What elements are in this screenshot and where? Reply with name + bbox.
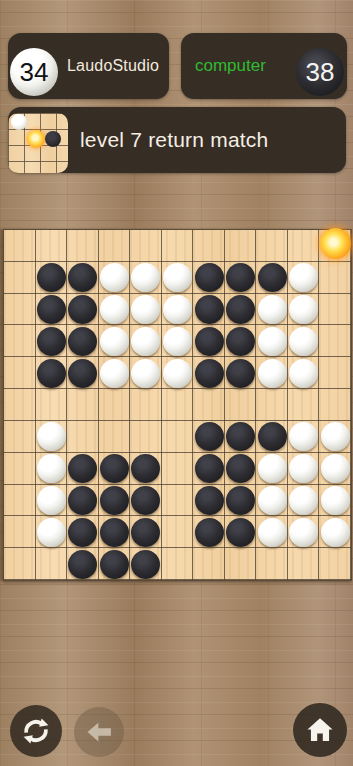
cell-r2c2[interactable] bbox=[67, 294, 99, 326]
cell-r6c8[interactable] bbox=[256, 421, 288, 453]
white-disc bbox=[289, 359, 318, 388]
white-disc bbox=[131, 327, 160, 356]
computer-name: computer bbox=[195, 56, 266, 76]
cell-r5c0[interactable] bbox=[4, 389, 36, 421]
cell-r3c0[interactable] bbox=[4, 325, 36, 357]
white-disc bbox=[321, 486, 350, 515]
cell-r0c2[interactable] bbox=[67, 230, 99, 262]
black-disc bbox=[226, 422, 255, 451]
computer-score: 38 bbox=[306, 57, 335, 88]
mini-white-disc-icon bbox=[11, 114, 27, 130]
black-disc bbox=[226, 327, 255, 356]
black-disc bbox=[131, 550, 160, 579]
black-disc bbox=[131, 486, 160, 515]
white-disc bbox=[131, 263, 160, 292]
cell-r5c3[interactable] bbox=[99, 389, 131, 421]
black-disc bbox=[226, 295, 255, 324]
black-disc bbox=[195, 486, 224, 515]
white-disc bbox=[163, 263, 192, 292]
cell-r2c1[interactable] bbox=[36, 294, 68, 326]
black-disc bbox=[68, 550, 97, 579]
cell-r10c7[interactable] bbox=[225, 548, 257, 580]
cell-r6c2[interactable] bbox=[67, 421, 99, 453]
cell-r7c7[interactable] bbox=[225, 453, 257, 485]
black-disc bbox=[131, 454, 160, 483]
computer-score-panel: computer 38 bbox=[181, 33, 347, 99]
mini-black-disc-icon bbox=[45, 131, 61, 147]
cell-r4c10[interactable] bbox=[319, 357, 351, 389]
cell-r0c9[interactable] bbox=[288, 230, 320, 262]
black-disc bbox=[195, 518, 224, 547]
black-disc bbox=[100, 486, 129, 515]
cell-r2c10[interactable] bbox=[319, 294, 351, 326]
cell-r6c7[interactable] bbox=[225, 421, 257, 453]
cell-r1c4[interactable] bbox=[130, 262, 162, 294]
cell-r4c1[interactable] bbox=[36, 357, 68, 389]
player-name: LaudoStudio bbox=[67, 57, 159, 75]
black-disc bbox=[195, 454, 224, 483]
cell-r0c10[interactable] bbox=[319, 230, 351, 262]
black-disc bbox=[226, 454, 255, 483]
cell-r3c8[interactable] bbox=[256, 325, 288, 357]
black-disc bbox=[195, 327, 224, 356]
home-button[interactable] bbox=[293, 703, 347, 757]
cell-r3c2[interactable] bbox=[67, 325, 99, 357]
cell-r5c4[interactable] bbox=[130, 389, 162, 421]
cell-r2c7[interactable] bbox=[225, 294, 257, 326]
white-disc bbox=[321, 518, 350, 547]
back-arrow-icon bbox=[84, 717, 114, 747]
black-disc bbox=[68, 295, 97, 324]
cell-r8c8[interactable] bbox=[256, 485, 288, 517]
cell-r7c1[interactable] bbox=[36, 453, 68, 485]
cell-r10c8[interactable] bbox=[256, 548, 288, 580]
cell-r0c5[interactable] bbox=[162, 230, 194, 262]
cell-r2c0[interactable] bbox=[4, 294, 36, 326]
black-disc-score: 38 bbox=[296, 48, 344, 96]
cell-r4c9[interactable] bbox=[288, 357, 320, 389]
cell-r2c8[interactable] bbox=[256, 294, 288, 326]
cell-r1c1[interactable] bbox=[36, 262, 68, 294]
white-disc bbox=[258, 295, 287, 324]
white-disc bbox=[163, 359, 192, 388]
white-disc bbox=[37, 422, 66, 451]
cell-r6c6[interactable] bbox=[193, 421, 225, 453]
cell-r5c9[interactable] bbox=[288, 389, 320, 421]
cell-r5c6[interactable] bbox=[193, 389, 225, 421]
white-disc bbox=[258, 359, 287, 388]
white-disc bbox=[289, 518, 318, 547]
mini-glow-icon bbox=[27, 130, 45, 148]
cell-r10c2[interactable] bbox=[67, 548, 99, 580]
cell-r7c5[interactable] bbox=[162, 453, 194, 485]
cell-r8c7[interactable] bbox=[225, 485, 257, 517]
cell-r0c6[interactable] bbox=[193, 230, 225, 262]
white-disc bbox=[37, 454, 66, 483]
cell-r1c9[interactable] bbox=[288, 262, 320, 294]
cell-r0c0[interactable] bbox=[4, 230, 36, 262]
cell-r8c0[interactable] bbox=[4, 485, 36, 517]
cell-r10c0[interactable] bbox=[4, 548, 36, 580]
cell-r3c10[interactable] bbox=[319, 325, 351, 357]
cell-r1c0[interactable] bbox=[4, 262, 36, 294]
cell-r3c7[interactable] bbox=[225, 325, 257, 357]
cell-r9c9[interactable] bbox=[288, 516, 320, 548]
cell-r9c5[interactable] bbox=[162, 516, 194, 548]
white-disc bbox=[163, 327, 192, 356]
cell-r8c4[interactable] bbox=[130, 485, 162, 517]
white-disc bbox=[100, 327, 129, 356]
cell-r8c3[interactable] bbox=[99, 485, 131, 517]
cell-r7c6[interactable] bbox=[193, 453, 225, 485]
cell-r6c3[interactable] bbox=[99, 421, 131, 453]
cell-r5c7[interactable] bbox=[225, 389, 257, 421]
white-disc bbox=[258, 486, 287, 515]
cell-r4c3[interactable] bbox=[99, 357, 131, 389]
black-disc bbox=[258, 263, 287, 292]
white-disc bbox=[258, 518, 287, 547]
white-disc bbox=[289, 454, 318, 483]
cell-r0c4[interactable] bbox=[130, 230, 162, 262]
cell-r8c10[interactable] bbox=[319, 485, 351, 517]
white-disc bbox=[131, 295, 160, 324]
cell-r9c2[interactable] bbox=[67, 516, 99, 548]
cell-r9c3[interactable] bbox=[99, 516, 131, 548]
cell-r9c8[interactable] bbox=[256, 516, 288, 548]
black-disc bbox=[100, 454, 129, 483]
board[interactable] bbox=[3, 229, 352, 581]
white-disc bbox=[131, 359, 160, 388]
cell-r10c1[interactable] bbox=[36, 548, 68, 580]
cell-r7c2[interactable] bbox=[67, 453, 99, 485]
cell-r2c9[interactable] bbox=[288, 294, 320, 326]
cell-r4c8[interactable] bbox=[256, 357, 288, 389]
black-disc bbox=[68, 486, 97, 515]
cell-r7c8[interactable] bbox=[256, 453, 288, 485]
cell-r6c10[interactable] bbox=[319, 421, 351, 453]
cell-r9c4[interactable] bbox=[130, 516, 162, 548]
black-disc bbox=[100, 550, 129, 579]
white-disc-score: 34 bbox=[10, 48, 58, 96]
white-disc bbox=[37, 518, 66, 547]
cell-r3c6[interactable] bbox=[193, 325, 225, 357]
cell-r7c0[interactable] bbox=[4, 453, 36, 485]
cell-r3c3[interactable] bbox=[99, 325, 131, 357]
black-disc bbox=[68, 518, 97, 547]
white-disc bbox=[289, 422, 318, 451]
white-disc bbox=[100, 295, 129, 324]
black-disc bbox=[37, 295, 66, 324]
cell-r6c4[interactable] bbox=[130, 421, 162, 453]
black-disc bbox=[37, 359, 66, 388]
black-disc bbox=[226, 486, 255, 515]
cell-r10c3[interactable] bbox=[99, 548, 131, 580]
cell-r1c8[interactable] bbox=[256, 262, 288, 294]
cell-r4c5[interactable] bbox=[162, 357, 194, 389]
black-disc bbox=[258, 422, 287, 451]
cell-r3c4[interactable] bbox=[130, 325, 162, 357]
cell-r8c2[interactable] bbox=[67, 485, 99, 517]
cell-r1c5[interactable] bbox=[162, 262, 194, 294]
cell-r8c9[interactable] bbox=[288, 485, 320, 517]
glow-move-marker bbox=[320, 228, 351, 259]
cell-r3c9[interactable] bbox=[288, 325, 320, 357]
cell-r4c2[interactable] bbox=[67, 357, 99, 389]
black-disc bbox=[226, 518, 255, 547]
black-disc bbox=[37, 263, 66, 292]
black-disc bbox=[195, 295, 224, 324]
game-screen: 34 LaudoStudio computer 38 level 7 retur… bbox=[0, 0, 353, 766]
black-disc bbox=[226, 263, 255, 292]
cell-r4c7[interactable] bbox=[225, 357, 257, 389]
cell-r6c1[interactable] bbox=[36, 421, 68, 453]
cell-r1c3[interactable] bbox=[99, 262, 131, 294]
black-disc bbox=[68, 359, 97, 388]
cell-r5c1[interactable] bbox=[36, 389, 68, 421]
white-disc bbox=[321, 422, 350, 451]
cell-r10c10[interactable] bbox=[319, 548, 351, 580]
cell-r7c10[interactable] bbox=[319, 453, 351, 485]
cell-r6c0[interactable] bbox=[4, 421, 36, 453]
cell-r5c8[interactable] bbox=[256, 389, 288, 421]
level-text: level 7 return match bbox=[80, 128, 268, 152]
cell-r10c4[interactable] bbox=[130, 548, 162, 580]
cell-r9c1[interactable] bbox=[36, 516, 68, 548]
restart-button[interactable] bbox=[10, 705, 62, 757]
cell-r2c5[interactable] bbox=[162, 294, 194, 326]
cell-r7c9[interactable] bbox=[288, 453, 320, 485]
level-banner: level 7 return match bbox=[8, 107, 346, 173]
black-disc bbox=[68, 454, 97, 483]
cell-r1c2[interactable] bbox=[67, 262, 99, 294]
cell-r4c6[interactable] bbox=[193, 357, 225, 389]
cell-r1c10[interactable] bbox=[319, 262, 351, 294]
cell-r6c5[interactable] bbox=[162, 421, 194, 453]
cell-r4c4[interactable] bbox=[130, 357, 162, 389]
black-disc bbox=[195, 359, 224, 388]
cell-r9c7[interactable] bbox=[225, 516, 257, 548]
white-disc bbox=[289, 486, 318, 515]
white-disc bbox=[321, 454, 350, 483]
cell-r1c6[interactable] bbox=[193, 262, 225, 294]
cell-r10c6[interactable] bbox=[193, 548, 225, 580]
cell-r6c9[interactable] bbox=[288, 421, 320, 453]
cell-r8c5[interactable] bbox=[162, 485, 194, 517]
cell-r0c1[interactable] bbox=[36, 230, 68, 262]
cell-r2c6[interactable] bbox=[193, 294, 225, 326]
cell-r2c3[interactable] bbox=[99, 294, 131, 326]
cell-r9c10[interactable] bbox=[319, 516, 351, 548]
cell-r0c3[interactable] bbox=[99, 230, 131, 262]
cell-r5c2[interactable] bbox=[67, 389, 99, 421]
black-disc bbox=[100, 518, 129, 547]
white-disc bbox=[289, 327, 318, 356]
refresh-icon bbox=[20, 715, 52, 747]
cell-r5c10[interactable] bbox=[319, 389, 351, 421]
cell-r4c0[interactable] bbox=[4, 357, 36, 389]
white-disc bbox=[258, 327, 287, 356]
cell-r7c3[interactable] bbox=[99, 453, 131, 485]
undo-button[interactable] bbox=[74, 707, 124, 757]
white-disc bbox=[258, 454, 287, 483]
cell-r10c9[interactable] bbox=[288, 548, 320, 580]
cell-r3c5[interactable] bbox=[162, 325, 194, 357]
cell-r7c4[interactable] bbox=[130, 453, 162, 485]
cell-r9c0[interactable] bbox=[4, 516, 36, 548]
home-icon bbox=[304, 714, 336, 746]
white-disc bbox=[289, 263, 318, 292]
cell-r2c4[interactable] bbox=[130, 294, 162, 326]
white-disc bbox=[163, 295, 192, 324]
black-disc bbox=[37, 327, 66, 356]
cell-r8c6[interactable] bbox=[193, 485, 225, 517]
mini-board-icon bbox=[8, 113, 68, 173]
white-disc bbox=[37, 486, 66, 515]
cell-r0c8[interactable] bbox=[256, 230, 288, 262]
cell-r8c1[interactable] bbox=[36, 485, 68, 517]
black-disc bbox=[68, 327, 97, 356]
black-disc bbox=[68, 263, 97, 292]
white-disc bbox=[100, 263, 129, 292]
cell-r3c1[interactable] bbox=[36, 325, 68, 357]
white-disc bbox=[289, 295, 318, 324]
white-disc bbox=[100, 359, 129, 388]
cell-r0c7[interactable] bbox=[225, 230, 257, 262]
cell-r5c5[interactable] bbox=[162, 389, 194, 421]
black-disc bbox=[226, 359, 255, 388]
cell-r10c5[interactable] bbox=[162, 548, 194, 580]
player-score: 34 bbox=[20, 57, 49, 88]
cell-r9c6[interactable] bbox=[193, 516, 225, 548]
cell-r1c7[interactable] bbox=[225, 262, 257, 294]
player-score-panel: 34 LaudoStudio bbox=[8, 33, 169, 99]
black-disc bbox=[195, 263, 224, 292]
black-disc bbox=[131, 518, 160, 547]
black-disc bbox=[195, 422, 224, 451]
